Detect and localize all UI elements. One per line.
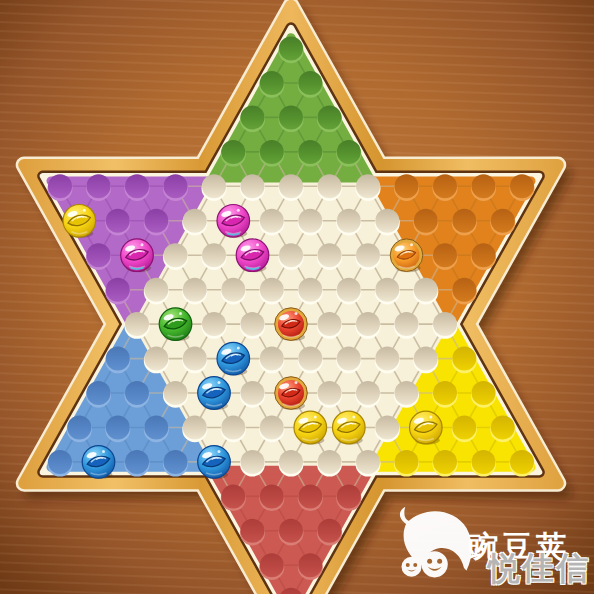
hole-r5c9[interactable] <box>356 174 381 201</box>
hole-r6c2[interactable] <box>105 209 130 236</box>
hole-r13c3[interactable] <box>125 450 150 477</box>
hole-r13c4[interactable] <box>163 450 188 477</box>
hole-r11c3[interactable] <box>163 381 188 408</box>
hole-r6c12[interactable] <box>490 209 515 236</box>
hole-r14c4[interactable] <box>336 484 361 511</box>
hole-r11c2[interactable] <box>125 381 150 408</box>
hole-r8c4[interactable] <box>221 278 246 305</box>
hole-r10c3[interactable] <box>182 347 207 374</box>
hole-r10c9[interactable] <box>413 347 438 374</box>
hole-r5c2[interactable] <box>86 174 111 201</box>
hole-r9c7[interactable] <box>356 312 381 339</box>
hole-r12c5[interactable] <box>221 416 246 443</box>
hole-r3c1[interactable] <box>240 105 265 132</box>
marble-blue-r13c5[interactable] <box>198 446 231 479</box>
hole-r11c11[interactable] <box>471 381 496 408</box>
hole-r12c3[interactable] <box>144 416 169 443</box>
hole-r6c4[interactable] <box>182 209 207 236</box>
hole-r9c9[interactable] <box>433 312 458 339</box>
hole-r7c6[interactable] <box>279 243 304 270</box>
hole-r15c2[interactable] <box>279 519 304 546</box>
hole-r15c1[interactable] <box>240 519 265 546</box>
hole-r8c1[interactable] <box>105 278 130 305</box>
hole-r7c4[interactable] <box>202 243 227 270</box>
hole-r16c1[interactable] <box>259 553 284 580</box>
hole-r12c1[interactable] <box>67 416 92 443</box>
hole-r9c6[interactable] <box>317 312 342 339</box>
hole-r2c1[interactable] <box>259 71 284 98</box>
hole-r10c6[interactable] <box>298 347 323 374</box>
hole-r15c3[interactable] <box>317 519 342 546</box>
marble-blue-r11c4[interactable] <box>198 377 231 410</box>
hole-r13c6[interactable] <box>240 450 265 477</box>
hole-r5c8[interactable] <box>317 174 342 201</box>
hole-r10c7[interactable] <box>336 347 361 374</box>
marble-red-r9c5[interactable] <box>275 308 308 341</box>
hole-r5c10[interactable] <box>394 174 419 201</box>
hole-r7c3[interactable] <box>163 243 188 270</box>
marble-pink-r7c2[interactable] <box>121 239 154 272</box>
hole-r10c2[interactable] <box>144 347 169 374</box>
hole-r14c3[interactable] <box>298 484 323 511</box>
hole-r6c10[interactable] <box>413 209 438 236</box>
hole-r7c11[interactable] <box>471 243 496 270</box>
hole-r13c9[interactable] <box>356 450 381 477</box>
hole-r2c2[interactable] <box>298 71 323 98</box>
hole-r3c3[interactable] <box>317 105 342 132</box>
marble-orange-r7c9[interactable] <box>390 239 423 272</box>
hole-r7c8[interactable] <box>356 243 381 270</box>
hole-r11c10[interactable] <box>433 381 458 408</box>
hole-r9c3[interactable] <box>202 312 227 339</box>
hole-r13c7[interactable] <box>279 450 304 477</box>
hole-r11c9[interactable] <box>394 381 419 408</box>
hole-r8c9[interactable] <box>413 278 438 305</box>
hole-r8c10[interactable] <box>452 278 477 305</box>
marble-green-r9c2[interactable] <box>159 308 192 341</box>
hole-r11c7[interactable] <box>317 381 342 408</box>
hole-r13c11[interactable] <box>433 450 458 477</box>
hole-r10c10[interactable] <box>452 347 477 374</box>
hole-r12c2[interactable] <box>105 416 130 443</box>
marble-blue-r13c2[interactable] <box>82 446 115 479</box>
marble-pink-r6c5[interactable] <box>217 205 250 238</box>
hole-r14c1[interactable] <box>221 484 246 511</box>
hole-r8c5[interactable] <box>259 278 284 305</box>
hole-r13c12[interactable] <box>471 450 496 477</box>
hole-r8c7[interactable] <box>336 278 361 305</box>
hole-r5c5[interactable] <box>202 174 227 201</box>
hole-r9c4[interactable] <box>240 312 265 339</box>
hole-r7c10[interactable] <box>433 243 458 270</box>
hole-r4c2[interactable] <box>259 140 284 167</box>
hole-r5c1[interactable] <box>48 174 73 201</box>
marble-yellow-r12c10[interactable] <box>410 411 443 444</box>
hole-r8c6[interactable] <box>298 278 323 305</box>
hole-r8c8[interactable] <box>375 278 400 305</box>
chinese-checkers-game: 豌豆荚 悦佳信 <box>0 0 594 594</box>
hole-r6c8[interactable] <box>336 209 361 236</box>
marble-pink-r7c5[interactable] <box>236 239 269 272</box>
hole-r5c3[interactable] <box>125 174 150 201</box>
hole-r12c6[interactable] <box>259 416 284 443</box>
hole-r10c8[interactable] <box>375 347 400 374</box>
hole-r5c12[interactable] <box>471 174 496 201</box>
marble-yellow-r12c8[interactable] <box>333 411 366 444</box>
hole-r7c1[interactable] <box>86 243 111 270</box>
chinese-checkers-board <box>0 0 594 594</box>
hole-r11c1[interactable] <box>86 381 111 408</box>
hole-r6c11[interactable] <box>452 209 477 236</box>
hole-r4c4[interactable] <box>336 140 361 167</box>
hole-r1c1[interactable] <box>279 37 304 64</box>
hole-r9c1[interactable] <box>125 312 150 339</box>
hole-r11c5[interactable] <box>240 381 265 408</box>
hole-r5c7[interactable] <box>279 174 304 201</box>
marble-red-r11c6[interactable] <box>275 377 308 410</box>
hole-r8c3[interactable] <box>182 278 207 305</box>
hole-r6c3[interactable] <box>144 209 169 236</box>
hole-r8c2[interactable] <box>144 278 169 305</box>
hole-r4c3[interactable] <box>298 140 323 167</box>
hole-r10c1[interactable] <box>105 347 130 374</box>
hole-r7c7[interactable] <box>317 243 342 270</box>
hole-r13c1[interactable] <box>48 450 73 477</box>
hole-r9c8[interactable] <box>394 312 419 339</box>
hole-r14c2[interactable] <box>259 484 284 511</box>
hole-r5c4[interactable] <box>163 174 188 201</box>
hole-r5c6[interactable] <box>240 174 265 201</box>
marble-blue-r10c4[interactable] <box>217 342 250 375</box>
hole-r6c9[interactable] <box>375 209 400 236</box>
hole-r11c8[interactable] <box>356 381 381 408</box>
hole-r16c2[interactable] <box>298 553 323 580</box>
hole-r5c13[interactable] <box>510 174 535 201</box>
hole-r12c9[interactable] <box>375 416 400 443</box>
hole-r3c2[interactable] <box>279 105 304 132</box>
hole-r12c4[interactable] <box>182 416 207 443</box>
hole-r6c6[interactable] <box>259 209 284 236</box>
hole-r12c12[interactable] <box>490 416 515 443</box>
marble-yellow-r12c7[interactable] <box>294 411 327 444</box>
marble-yellow-r6c1[interactable] <box>63 205 96 238</box>
hole-r13c8[interactable] <box>317 450 342 477</box>
hole-r13c13[interactable] <box>510 450 535 477</box>
hole-r4c1[interactable] <box>221 140 246 167</box>
hole-r12c11[interactable] <box>452 416 477 443</box>
hole-r6c7[interactable] <box>298 209 323 236</box>
hole-r13c10[interactable] <box>394 450 419 477</box>
hole-r5c11[interactable] <box>433 174 458 201</box>
hole-r10c5[interactable] <box>259 347 284 374</box>
